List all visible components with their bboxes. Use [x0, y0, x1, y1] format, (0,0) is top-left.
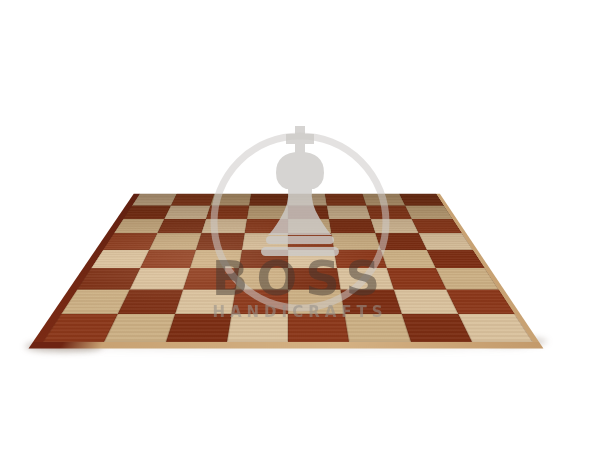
square-c5 — [196, 233, 245, 249]
square-f8 — [325, 194, 366, 206]
square-c7 — [206, 206, 249, 219]
square-c2 — [175, 289, 236, 313]
square-f4 — [334, 250, 386, 269]
square-f1 — [345, 314, 411, 342]
square-f2 — [341, 289, 402, 313]
square-b7 — [165, 206, 210, 219]
square-d2 — [231, 289, 288, 313]
square-b6 — [157, 219, 205, 234]
square-d8 — [249, 194, 288, 206]
square-c4 — [190, 250, 242, 269]
square-d4 — [239, 250, 288, 269]
square-e3 — [288, 268, 341, 289]
square-f3 — [337, 268, 393, 289]
square-c1 — [166, 314, 232, 342]
square-d5 — [242, 233, 288, 249]
product-photo: BOSS HANDICRAFTS — [0, 0, 600, 450]
square-c8 — [210, 194, 251, 206]
square-e2 — [288, 289, 345, 313]
square-f5 — [332, 233, 381, 249]
square-d7 — [247, 206, 288, 219]
square-e4 — [288, 250, 337, 269]
square-c3 — [183, 268, 239, 289]
square-d6 — [244, 219, 288, 234]
square-e6 — [288, 219, 332, 234]
square-b4 — [140, 250, 195, 269]
board-edge-near — [29, 342, 544, 349]
square-a8 — [132, 194, 177, 206]
square-e5 — [288, 233, 334, 249]
square-f6 — [329, 219, 375, 234]
square-e7 — [288, 206, 329, 219]
square-e1 — [288, 314, 349, 342]
square-d3 — [235, 268, 288, 289]
square-g7 — [366, 206, 411, 219]
square-b8 — [171, 194, 214, 206]
square-g8 — [362, 194, 405, 206]
square-f7 — [327, 206, 370, 219]
square-b2 — [118, 289, 183, 313]
square-d1 — [227, 314, 288, 342]
square-b5 — [149, 233, 201, 249]
square-c6 — [201, 219, 247, 234]
square-e8 — [288, 194, 327, 206]
square-b1 — [104, 314, 174, 342]
chessboard — [43, 194, 533, 342]
square-g6 — [370, 219, 418, 234]
square-b3 — [130, 268, 190, 289]
